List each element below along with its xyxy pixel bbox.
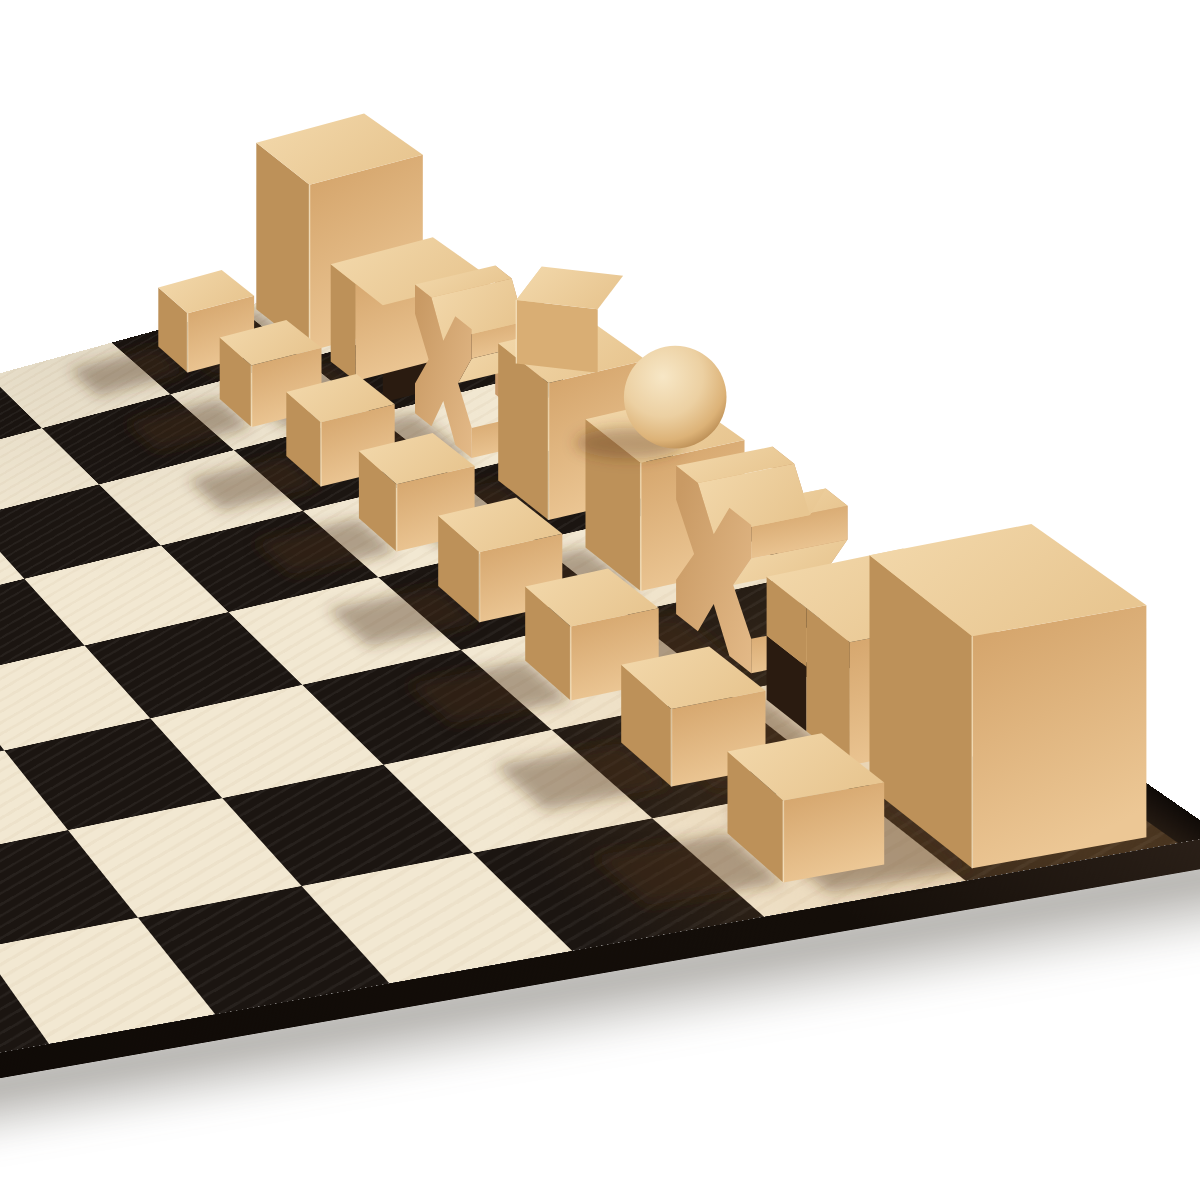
photo-stage <box>0 0 1200 1200</box>
